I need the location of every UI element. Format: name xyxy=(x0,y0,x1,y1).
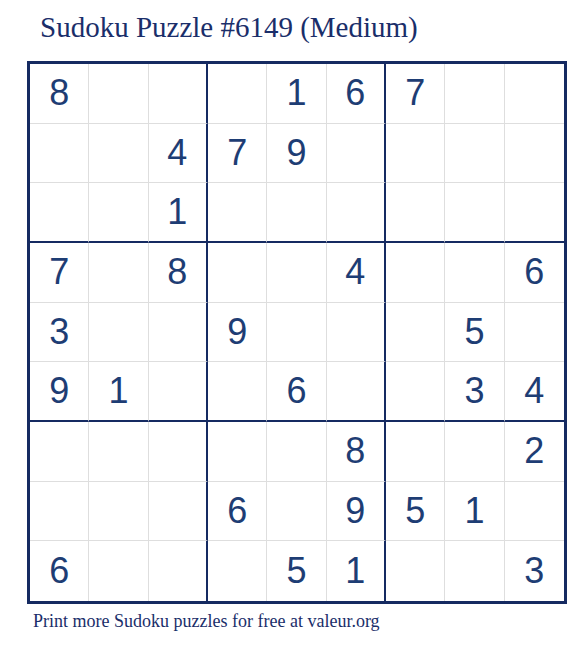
cell-r5c9[interactable] xyxy=(505,303,564,363)
cell-r8c2[interactable] xyxy=(89,482,148,542)
cell-r6c8[interactable]: 3 xyxy=(445,362,504,422)
cell-r3c1[interactable] xyxy=(30,183,89,243)
cell-r2c4[interactable]: 7 xyxy=(208,124,267,184)
cell-r8c3[interactable] xyxy=(149,482,208,542)
cell-r8c4[interactable]: 6 xyxy=(208,482,267,542)
cell-r6c6[interactable] xyxy=(327,362,386,422)
cell-r7c8[interactable] xyxy=(445,422,504,482)
cell-r2c6[interactable] xyxy=(327,124,386,184)
cell-r9c8[interactable] xyxy=(445,541,504,601)
cell-r9c2[interactable] xyxy=(89,541,148,601)
cell-r7c7[interactable] xyxy=(386,422,445,482)
cell-r3c7[interactable] xyxy=(386,183,445,243)
cell-r6c3[interactable] xyxy=(149,362,208,422)
cell-r8c6[interactable]: 9 xyxy=(327,482,386,542)
cell-r1c6[interactable]: 6 xyxy=(327,64,386,124)
cell-r4c5[interactable] xyxy=(267,243,326,303)
cell-r2c8[interactable] xyxy=(445,124,504,184)
cell-r9c1[interactable]: 6 xyxy=(30,541,89,601)
cell-r7c6[interactable]: 8 xyxy=(327,422,386,482)
cell-r6c7[interactable] xyxy=(386,362,445,422)
cell-r1c5[interactable]: 1 xyxy=(267,64,326,124)
cell-r3c3[interactable]: 1 xyxy=(149,183,208,243)
cell-r1c1[interactable]: 8 xyxy=(30,64,89,124)
cell-r1c9[interactable] xyxy=(505,64,564,124)
cell-r4c7[interactable] xyxy=(386,243,445,303)
cell-r1c4[interactable] xyxy=(208,64,267,124)
cell-r5c5[interactable] xyxy=(267,303,326,363)
cell-r4c2[interactable] xyxy=(89,243,148,303)
cell-r3c5[interactable] xyxy=(267,183,326,243)
cell-r7c1[interactable] xyxy=(30,422,89,482)
cell-r6c4[interactable] xyxy=(208,362,267,422)
cell-r2c3[interactable]: 4 xyxy=(149,124,208,184)
cell-r8c5[interactable] xyxy=(267,482,326,542)
cell-r8c9[interactable] xyxy=(505,482,564,542)
cell-r3c4[interactable] xyxy=(208,183,267,243)
cell-r3c8[interactable] xyxy=(445,183,504,243)
cell-r5c2[interactable] xyxy=(89,303,148,363)
cell-r7c2[interactable] xyxy=(89,422,148,482)
cell-r1c8[interactable] xyxy=(445,64,504,124)
cell-r9c5[interactable]: 5 xyxy=(267,541,326,601)
cell-r2c5[interactable]: 9 xyxy=(267,124,326,184)
cell-r9c7[interactable] xyxy=(386,541,445,601)
sudoku-board: 816747917846395916348269516513 xyxy=(27,61,567,604)
cell-r6c5[interactable]: 6 xyxy=(267,362,326,422)
cell-r4c6[interactable]: 4 xyxy=(327,243,386,303)
cell-r1c3[interactable] xyxy=(149,64,208,124)
cell-r5c6[interactable] xyxy=(327,303,386,363)
cell-r5c8[interactable]: 5 xyxy=(445,303,504,363)
cell-r2c1[interactable] xyxy=(30,124,89,184)
cell-r8c1[interactable] xyxy=(30,482,89,542)
cell-r5c7[interactable] xyxy=(386,303,445,363)
cell-r9c4[interactable] xyxy=(208,541,267,601)
cell-r7c3[interactable] xyxy=(149,422,208,482)
cell-r6c1[interactable]: 9 xyxy=(30,362,89,422)
cell-r7c4[interactable] xyxy=(208,422,267,482)
cell-r4c4[interactable] xyxy=(208,243,267,303)
cell-r9c3[interactable] xyxy=(149,541,208,601)
cell-r4c3[interactable]: 8 xyxy=(149,243,208,303)
sudoku-page: Sudoku Puzzle #6149 (Medium) 81674791784… xyxy=(0,0,574,651)
cell-r4c9[interactable]: 6 xyxy=(505,243,564,303)
page-title: Sudoku Puzzle #6149 (Medium) xyxy=(40,11,418,44)
cell-r2c9[interactable] xyxy=(505,124,564,184)
cell-r1c7[interactable]: 7 xyxy=(386,64,445,124)
cell-r6c9[interactable]: 4 xyxy=(505,362,564,422)
cell-r8c8[interactable]: 1 xyxy=(445,482,504,542)
cell-r4c8[interactable] xyxy=(445,243,504,303)
cell-r4c1[interactable]: 7 xyxy=(30,243,89,303)
footer-text: Print more Sudoku puzzles for free at va… xyxy=(33,611,380,632)
cell-r3c9[interactable] xyxy=(505,183,564,243)
cell-r9c9[interactable]: 3 xyxy=(505,541,564,601)
cell-r7c5[interactable] xyxy=(267,422,326,482)
cell-r9c6[interactable]: 1 xyxy=(327,541,386,601)
cell-r5c4[interactable]: 9 xyxy=(208,303,267,363)
cell-r1c2[interactable] xyxy=(89,64,148,124)
cell-r5c1[interactable]: 3 xyxy=(30,303,89,363)
cell-r8c7[interactable]: 5 xyxy=(386,482,445,542)
cell-r2c7[interactable] xyxy=(386,124,445,184)
cell-r2c2[interactable] xyxy=(89,124,148,184)
cell-r6c2[interactable]: 1 xyxy=(89,362,148,422)
cell-r3c6[interactable] xyxy=(327,183,386,243)
cell-r5c3[interactable] xyxy=(149,303,208,363)
cell-r7c9[interactable]: 2 xyxy=(505,422,564,482)
cell-r3c2[interactable] xyxy=(89,183,148,243)
